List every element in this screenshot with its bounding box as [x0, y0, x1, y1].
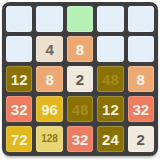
cell-r1c0 — [6, 36, 32, 62]
game-stage: 48128248832964812327212832242 — [0, 0, 160, 160]
tile-32-r3c4: 32 — [128, 96, 154, 122]
cell-r0c4 — [128, 6, 154, 32]
tile-2-r4c4: 2 — [128, 126, 154, 152]
cell-r0c0 — [6, 6, 32, 32]
tile-72-r4c0: 72 — [6, 126, 32, 152]
cell-r0c3 — [97, 6, 123, 32]
cell-r1c3 — [97, 36, 123, 62]
tile-48-r3c2: 48 — [67, 96, 93, 122]
tile-128-r4c1: 128 — [36, 126, 62, 152]
tile-32-r3c0: 32 — [6, 96, 32, 122]
tile-48-r2c3: 48 — [97, 66, 123, 92]
cell-r0c2 — [67, 6, 93, 32]
tile-12-r2c0: 12 — [6, 66, 32, 92]
tile-96-r3c1: 96 — [36, 96, 62, 122]
tile-8-r2c4: 8 — [128, 66, 154, 92]
tile-32-r4c2: 32 — [67, 126, 93, 152]
tile-12-r3c3: 12 — [97, 96, 123, 122]
tile-4-r1c1: 4 — [36, 36, 62, 62]
tile-8-r1c2: 8 — [67, 36, 93, 62]
tile-8-r2c1: 8 — [36, 66, 62, 92]
tile-2-r2c2: 2 — [67, 66, 93, 92]
game-board[interactable]: 48128248832964812327212832242 — [2, 2, 158, 156]
cell-r0c1 — [36, 6, 62, 32]
tile-24-r4c3: 24 — [97, 126, 123, 152]
cell-r1c4 — [128, 36, 154, 62]
